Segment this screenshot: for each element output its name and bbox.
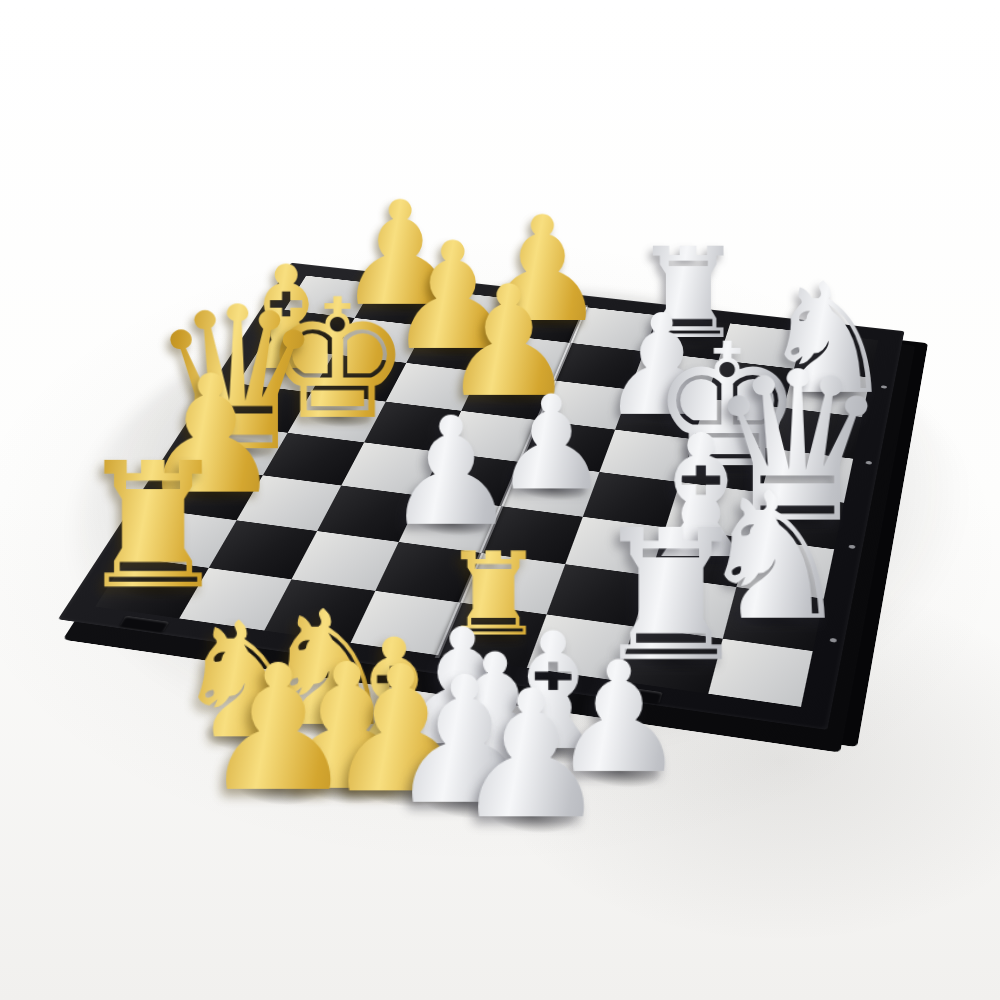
chess-photo-scene: ♟♟♟♟♝♚♛♟♜♜♜♞♟♚♟♛♟♝♞♜♞♞♝♟♟♟♟♝♟♟♟♟: [0, 0, 1000, 1000]
chess-board: ♟♟♟♟♝♚♛♟♜♜♜♞♟♚♟♛♟♝♞♜♞♞♝♟♟♟♟♝♟♟♟♟: [170, 112, 870, 812]
board-tilt-plane: ♟♟♟♟♝♚♛♟♜♜♜♞♟♚♟♛♟♝♞♜♞♞♝♟♟♟♟♝♟♟♟♟: [58, 263, 905, 730]
